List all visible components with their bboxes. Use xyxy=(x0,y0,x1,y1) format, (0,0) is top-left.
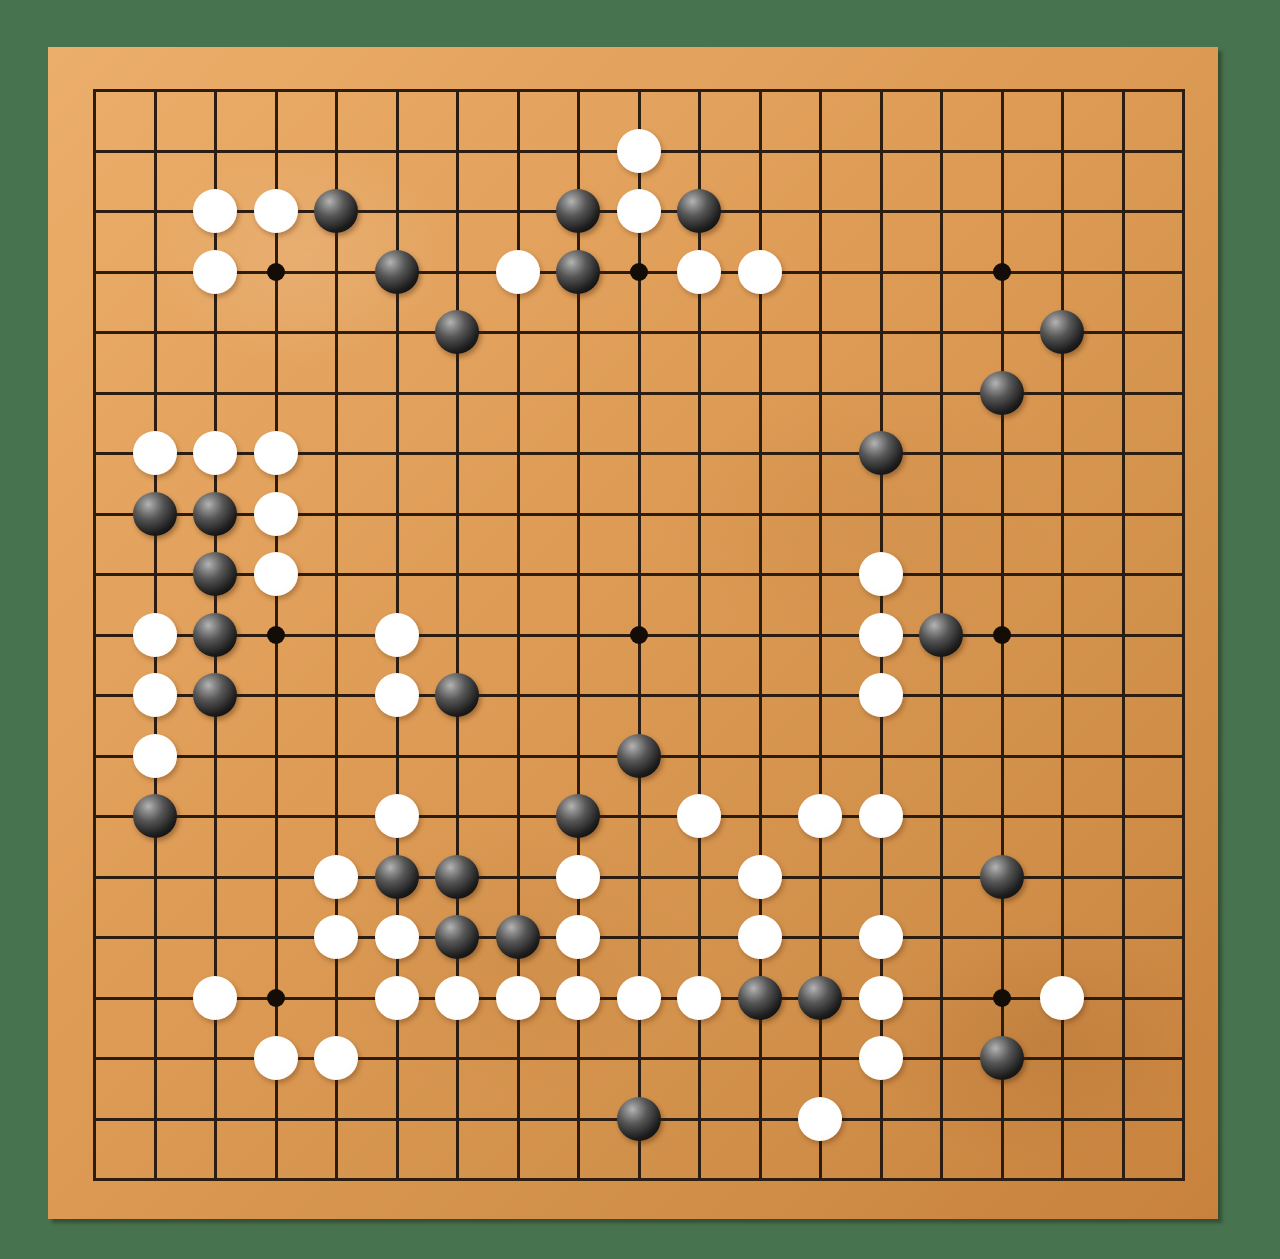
intersection[interactable] xyxy=(669,1028,730,1089)
intersection[interactable] xyxy=(245,846,306,907)
intersection[interactable] xyxy=(366,362,427,423)
intersection[interactable] xyxy=(306,846,367,907)
intersection[interactable] xyxy=(124,362,185,423)
intersection[interactable] xyxy=(790,786,851,847)
intersection[interactable] xyxy=(1153,604,1214,665)
intersection[interactable] xyxy=(1153,241,1214,302)
intersection[interactable] xyxy=(790,1149,851,1210)
intersection[interactable] xyxy=(366,786,427,847)
intersection[interactable] xyxy=(185,181,246,242)
intersection[interactable] xyxy=(790,241,851,302)
intersection[interactable] xyxy=(64,1149,125,1210)
intersection[interactable] xyxy=(850,544,911,605)
intersection[interactable] xyxy=(1092,1028,1153,1089)
intersection[interactable] xyxy=(850,725,911,786)
intersection[interactable] xyxy=(911,725,972,786)
intersection[interactable] xyxy=(64,907,125,968)
intersection[interactable] xyxy=(306,483,367,544)
intersection[interactable] xyxy=(669,423,730,484)
intersection[interactable] xyxy=(790,423,851,484)
intersection[interactable] xyxy=(548,967,609,1028)
intersection[interactable] xyxy=(487,725,548,786)
intersection[interactable] xyxy=(971,604,1032,665)
intersection[interactable] xyxy=(971,725,1032,786)
intersection[interactable] xyxy=(185,302,246,363)
intersection[interactable] xyxy=(608,181,669,242)
intersection[interactable] xyxy=(1153,302,1214,363)
intersection[interactable] xyxy=(1092,423,1153,484)
intersection[interactable] xyxy=(608,725,669,786)
intersection[interactable] xyxy=(790,362,851,423)
intersection[interactable] xyxy=(306,241,367,302)
intersection[interactable] xyxy=(185,1088,246,1149)
intersection[interactable] xyxy=(427,665,488,726)
intersection[interactable] xyxy=(1153,967,1214,1028)
intersection[interactable] xyxy=(548,60,609,121)
intersection[interactable] xyxy=(306,181,367,242)
intersection[interactable] xyxy=(306,967,367,1028)
intersection[interactable] xyxy=(64,1028,125,1089)
intersection[interactable] xyxy=(548,665,609,726)
intersection[interactable] xyxy=(1153,423,1214,484)
intersection[interactable] xyxy=(1153,544,1214,605)
intersection[interactable] xyxy=(124,725,185,786)
intersection[interactable] xyxy=(1092,302,1153,363)
intersection[interactable] xyxy=(487,241,548,302)
intersection[interactable] xyxy=(185,604,246,665)
intersection[interactable] xyxy=(911,604,972,665)
intersection[interactable] xyxy=(729,786,790,847)
intersection[interactable] xyxy=(366,846,427,907)
intersection[interactable] xyxy=(1092,362,1153,423)
intersection[interactable] xyxy=(306,1149,367,1210)
intersection[interactable] xyxy=(124,665,185,726)
intersection[interactable] xyxy=(124,967,185,1028)
intersection[interactable] xyxy=(911,241,972,302)
intersection[interactable] xyxy=(427,1088,488,1149)
intersection[interactable] xyxy=(669,846,730,907)
intersection[interactable] xyxy=(669,60,730,121)
intersection[interactable] xyxy=(911,302,972,363)
intersection[interactable] xyxy=(1153,483,1214,544)
intersection[interactable] xyxy=(487,967,548,1028)
intersection[interactable] xyxy=(790,1088,851,1149)
intersection[interactable] xyxy=(1092,60,1153,121)
intersection[interactable] xyxy=(1153,1088,1214,1149)
intersection[interactable] xyxy=(185,1028,246,1089)
intersection[interactable] xyxy=(971,120,1032,181)
intersection[interactable] xyxy=(790,967,851,1028)
intersection[interactable] xyxy=(185,241,246,302)
intersection[interactable] xyxy=(548,1028,609,1089)
intersection[interactable] xyxy=(729,846,790,907)
intersection[interactable] xyxy=(306,302,367,363)
intersection[interactable] xyxy=(1153,725,1214,786)
intersection[interactable] xyxy=(971,241,1032,302)
intersection[interactable] xyxy=(548,544,609,605)
intersection[interactable] xyxy=(729,544,790,605)
intersection[interactable] xyxy=(64,786,125,847)
intersection[interactable] xyxy=(1092,967,1153,1028)
intersection[interactable] xyxy=(971,181,1032,242)
intersection[interactable] xyxy=(185,907,246,968)
intersection[interactable] xyxy=(64,544,125,605)
intersection[interactable] xyxy=(548,181,609,242)
intersection[interactable] xyxy=(548,483,609,544)
intersection[interactable] xyxy=(608,120,669,181)
intersection[interactable] xyxy=(1032,423,1093,484)
intersection[interactable] xyxy=(245,967,306,1028)
intersection[interactable] xyxy=(790,907,851,968)
intersection[interactable] xyxy=(1032,120,1093,181)
intersection[interactable] xyxy=(64,967,125,1028)
intersection[interactable] xyxy=(366,1028,427,1089)
intersection[interactable] xyxy=(850,60,911,121)
intersection[interactable] xyxy=(245,786,306,847)
intersection[interactable] xyxy=(427,907,488,968)
intersection[interactable] xyxy=(669,907,730,968)
intersection[interactable] xyxy=(306,362,367,423)
intersection[interactable] xyxy=(669,362,730,423)
intersection[interactable] xyxy=(366,483,427,544)
intersection[interactable] xyxy=(1092,181,1153,242)
intersection[interactable] xyxy=(971,1028,1032,1089)
intersection[interactable] xyxy=(729,665,790,726)
intersection[interactable] xyxy=(790,604,851,665)
intersection[interactable] xyxy=(487,665,548,726)
intersection[interactable] xyxy=(669,544,730,605)
intersection[interactable] xyxy=(124,786,185,847)
intersection[interactable] xyxy=(608,967,669,1028)
intersection[interactable] xyxy=(911,120,972,181)
intersection[interactable] xyxy=(1153,1028,1214,1089)
intersection[interactable] xyxy=(850,967,911,1028)
intersection[interactable] xyxy=(548,302,609,363)
intersection[interactable] xyxy=(306,120,367,181)
intersection[interactable] xyxy=(427,786,488,847)
intersection[interactable] xyxy=(548,120,609,181)
intersection[interactable] xyxy=(729,60,790,121)
intersection[interactable] xyxy=(911,665,972,726)
intersection[interactable] xyxy=(427,846,488,907)
intersection[interactable] xyxy=(911,181,972,242)
intersection[interactable] xyxy=(64,604,125,665)
intersection[interactable] xyxy=(1032,1028,1093,1089)
intersection[interactable] xyxy=(487,362,548,423)
intersection[interactable] xyxy=(911,544,972,605)
intersection[interactable] xyxy=(548,241,609,302)
intersection[interactable] xyxy=(729,423,790,484)
intersection[interactable] xyxy=(850,604,911,665)
intersection[interactable] xyxy=(366,60,427,121)
intersection[interactable] xyxy=(306,725,367,786)
intersection[interactable] xyxy=(487,907,548,968)
intersection[interactable] xyxy=(850,846,911,907)
intersection[interactable] xyxy=(427,483,488,544)
intersection[interactable] xyxy=(245,907,306,968)
intersection[interactable] xyxy=(64,60,125,121)
intersection[interactable] xyxy=(64,302,125,363)
intersection[interactable] xyxy=(729,604,790,665)
intersection[interactable] xyxy=(608,544,669,605)
intersection[interactable] xyxy=(1032,665,1093,726)
intersection[interactable] xyxy=(850,302,911,363)
intersection[interactable] xyxy=(185,483,246,544)
intersection[interactable] xyxy=(790,665,851,726)
intersection[interactable] xyxy=(124,1028,185,1089)
intersection[interactable] xyxy=(124,181,185,242)
intersection[interactable] xyxy=(548,1149,609,1210)
intersection[interactable] xyxy=(124,241,185,302)
intersection[interactable] xyxy=(306,604,367,665)
intersection[interactable] xyxy=(306,60,367,121)
intersection[interactable] xyxy=(1092,1149,1153,1210)
intersection[interactable] xyxy=(366,544,427,605)
intersection[interactable] xyxy=(245,1088,306,1149)
intersection[interactable] xyxy=(427,241,488,302)
intersection[interactable] xyxy=(64,1088,125,1149)
intersection[interactable] xyxy=(64,725,125,786)
intersection[interactable] xyxy=(790,302,851,363)
intersection[interactable] xyxy=(487,1149,548,1210)
intersection[interactable] xyxy=(487,181,548,242)
intersection[interactable] xyxy=(245,1149,306,1210)
intersection[interactable] xyxy=(245,604,306,665)
intersection[interactable] xyxy=(185,967,246,1028)
intersection[interactable] xyxy=(1092,241,1153,302)
intersection[interactable] xyxy=(729,1088,790,1149)
intersection[interactable] xyxy=(548,725,609,786)
intersection[interactable] xyxy=(971,1088,1032,1149)
intersection[interactable] xyxy=(548,786,609,847)
intersection[interactable] xyxy=(1032,181,1093,242)
intersection[interactable] xyxy=(971,1149,1032,1210)
intersection[interactable] xyxy=(366,302,427,363)
intersection[interactable] xyxy=(366,241,427,302)
intersection[interactable] xyxy=(548,604,609,665)
intersection[interactable] xyxy=(608,60,669,121)
intersection[interactable] xyxy=(669,181,730,242)
intersection[interactable] xyxy=(124,483,185,544)
intersection[interactable] xyxy=(487,1088,548,1149)
intersection[interactable] xyxy=(911,1088,972,1149)
intersection[interactable] xyxy=(124,302,185,363)
intersection[interactable] xyxy=(427,362,488,423)
intersection[interactable] xyxy=(427,967,488,1028)
intersection[interactable] xyxy=(850,907,911,968)
intersection[interactable] xyxy=(1032,241,1093,302)
intersection[interactable] xyxy=(185,120,246,181)
intersection[interactable] xyxy=(245,423,306,484)
intersection[interactable] xyxy=(971,302,1032,363)
intersection[interactable] xyxy=(427,725,488,786)
intersection[interactable] xyxy=(971,665,1032,726)
intersection[interactable] xyxy=(1092,907,1153,968)
intersection[interactable] xyxy=(64,120,125,181)
intersection[interactable] xyxy=(850,483,911,544)
intersection[interactable] xyxy=(729,181,790,242)
intersection[interactable] xyxy=(790,181,851,242)
intersection[interactable] xyxy=(306,544,367,605)
intersection[interactable] xyxy=(608,665,669,726)
intersection[interactable] xyxy=(971,967,1032,1028)
intersection[interactable] xyxy=(1032,60,1093,121)
intersection[interactable] xyxy=(245,302,306,363)
intersection[interactable] xyxy=(64,423,125,484)
intersection[interactable] xyxy=(1153,907,1214,968)
intersection[interactable] xyxy=(1092,544,1153,605)
intersection[interactable] xyxy=(366,181,427,242)
intersection[interactable] xyxy=(124,120,185,181)
intersection[interactable] xyxy=(911,967,972,1028)
intersection[interactable] xyxy=(548,907,609,968)
intersection[interactable] xyxy=(790,483,851,544)
intersection[interactable] xyxy=(245,241,306,302)
intersection[interactable] xyxy=(487,423,548,484)
intersection[interactable] xyxy=(548,1088,609,1149)
intersection[interactable] xyxy=(1032,1149,1093,1210)
intersection[interactable] xyxy=(790,120,851,181)
intersection[interactable] xyxy=(548,846,609,907)
intersection[interactable] xyxy=(971,483,1032,544)
intersection[interactable] xyxy=(124,544,185,605)
intersection[interactable] xyxy=(487,302,548,363)
intersection[interactable] xyxy=(608,1149,669,1210)
intersection[interactable] xyxy=(64,483,125,544)
intersection[interactable] xyxy=(245,483,306,544)
intersection[interactable] xyxy=(850,362,911,423)
intersection[interactable] xyxy=(911,423,972,484)
intersection[interactable] xyxy=(185,1149,246,1210)
intersection[interactable] xyxy=(911,907,972,968)
intersection[interactable] xyxy=(729,241,790,302)
intersection[interactable] xyxy=(850,786,911,847)
intersection[interactable] xyxy=(608,483,669,544)
intersection[interactable] xyxy=(427,181,488,242)
intersection[interactable] xyxy=(1032,725,1093,786)
intersection[interactable] xyxy=(487,120,548,181)
intersection[interactable] xyxy=(1153,362,1214,423)
intersection[interactable] xyxy=(306,1028,367,1089)
intersection[interactable] xyxy=(971,907,1032,968)
intersection[interactable] xyxy=(608,362,669,423)
intersection[interactable] xyxy=(669,120,730,181)
intersection[interactable] xyxy=(427,1149,488,1210)
intersection[interactable] xyxy=(911,1028,972,1089)
intersection[interactable] xyxy=(608,423,669,484)
intersection[interactable] xyxy=(124,1149,185,1210)
intersection[interactable] xyxy=(64,846,125,907)
intersection[interactable] xyxy=(790,725,851,786)
intersection[interactable] xyxy=(608,1088,669,1149)
intersection[interactable] xyxy=(1092,846,1153,907)
intersection[interactable] xyxy=(1092,120,1153,181)
intersection[interactable] xyxy=(427,120,488,181)
intersection[interactable] xyxy=(1092,665,1153,726)
intersection[interactable] xyxy=(366,967,427,1028)
intersection[interactable] xyxy=(850,1149,911,1210)
intersection[interactable] xyxy=(427,423,488,484)
intersection[interactable] xyxy=(850,241,911,302)
intersection[interactable] xyxy=(1153,786,1214,847)
intersection[interactable] xyxy=(669,241,730,302)
intersection[interactable] xyxy=(911,846,972,907)
intersection[interactable] xyxy=(850,120,911,181)
intersection[interactable] xyxy=(306,665,367,726)
intersection[interactable] xyxy=(729,1028,790,1089)
intersection[interactable] xyxy=(427,604,488,665)
intersection[interactable] xyxy=(487,60,548,121)
intersection[interactable] xyxy=(306,423,367,484)
intersection[interactable] xyxy=(306,907,367,968)
intersection[interactable] xyxy=(185,544,246,605)
intersection[interactable] xyxy=(185,423,246,484)
intersection[interactable] xyxy=(1153,181,1214,242)
intersection[interactable] xyxy=(245,665,306,726)
intersection[interactable] xyxy=(487,544,548,605)
intersection[interactable] xyxy=(366,604,427,665)
intersection[interactable] xyxy=(729,1149,790,1210)
intersection[interactable] xyxy=(1153,846,1214,907)
intersection[interactable] xyxy=(185,725,246,786)
intersection[interactable] xyxy=(669,786,730,847)
intersection[interactable] xyxy=(729,120,790,181)
intersection[interactable] xyxy=(911,60,972,121)
intersection[interactable] xyxy=(608,846,669,907)
intersection[interactable] xyxy=(1092,604,1153,665)
intersection[interactable] xyxy=(669,665,730,726)
intersection[interactable] xyxy=(1153,665,1214,726)
intersection[interactable] xyxy=(124,60,185,121)
intersection[interactable] xyxy=(850,1088,911,1149)
intersection[interactable] xyxy=(366,1149,427,1210)
intersection[interactable] xyxy=(487,483,548,544)
intersection[interactable] xyxy=(124,423,185,484)
intersection[interactable] xyxy=(608,302,669,363)
intersection[interactable] xyxy=(427,60,488,121)
intersection[interactable] xyxy=(1032,302,1093,363)
intersection[interactable] xyxy=(548,362,609,423)
intersection[interactable] xyxy=(911,1149,972,1210)
intersection[interactable] xyxy=(487,1028,548,1089)
intersection[interactable] xyxy=(64,665,125,726)
intersection[interactable] xyxy=(245,362,306,423)
intersection[interactable] xyxy=(124,1088,185,1149)
intersection[interactable] xyxy=(124,907,185,968)
intersection[interactable] xyxy=(1032,544,1093,605)
intersection[interactable] xyxy=(729,725,790,786)
intersection[interactable] xyxy=(971,544,1032,605)
intersection[interactable] xyxy=(729,302,790,363)
intersection[interactable] xyxy=(1032,786,1093,847)
intersection[interactable] xyxy=(850,1028,911,1089)
intersection[interactable] xyxy=(245,1028,306,1089)
intersection[interactable] xyxy=(185,362,246,423)
intersection[interactable] xyxy=(366,1088,427,1149)
intersection[interactable] xyxy=(124,604,185,665)
intersection[interactable] xyxy=(245,120,306,181)
intersection[interactable] xyxy=(64,362,125,423)
intersection[interactable] xyxy=(971,60,1032,121)
intersection[interactable] xyxy=(790,846,851,907)
intersection[interactable] xyxy=(366,120,427,181)
intersection[interactable] xyxy=(729,907,790,968)
intersection[interactable] xyxy=(850,665,911,726)
intersection[interactable] xyxy=(790,1028,851,1089)
intersection[interactable] xyxy=(850,181,911,242)
intersection[interactable] xyxy=(790,60,851,121)
intersection[interactable] xyxy=(306,1088,367,1149)
